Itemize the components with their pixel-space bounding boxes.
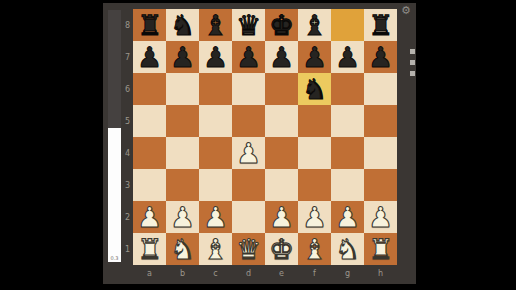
square-g1[interactable]: ♞ — [331, 233, 364, 265]
white-king[interactable]: ♚ — [265, 233, 298, 265]
black-knight[interactable]: ♞ — [298, 73, 331, 105]
drag-handle-dash — [410, 71, 415, 76]
rank-label-2: 2 — [122, 201, 133, 233]
drag-handle[interactable] — [410, 49, 415, 76]
square-b3[interactable] — [166, 169, 199, 201]
square-c4[interactable] — [199, 137, 232, 169]
square-h4[interactable] — [364, 137, 397, 169]
square-d1[interactable]: ♛ — [232, 233, 265, 265]
square-f1[interactable]: ♝ — [298, 233, 331, 265]
square-g3[interactable] — [331, 169, 364, 201]
square-f4[interactable] — [298, 137, 331, 169]
square-a3[interactable] — [133, 169, 166, 201]
file-label-d: d — [232, 268, 265, 280]
square-a1[interactable]: ♜ — [133, 233, 166, 265]
square-e4[interactable] — [265, 137, 298, 169]
white-pawn[interactable]: ♟ — [133, 201, 166, 233]
square-h8[interactable]: ♜ — [364, 9, 397, 41]
square-e7[interactable]: ♟ — [265, 41, 298, 73]
square-b8[interactable]: ♞ — [166, 9, 199, 41]
file-label-g: g — [331, 268, 364, 280]
square-h5[interactable] — [364, 105, 397, 137]
square-h3[interactable] — [364, 169, 397, 201]
square-e3[interactable] — [265, 169, 298, 201]
rank-label-8: 8 — [122, 9, 133, 41]
file-label-c: c — [199, 268, 232, 280]
file-label-e: e — [265, 268, 298, 280]
square-c6[interactable] — [199, 73, 232, 105]
square-g8[interactable] — [331, 9, 364, 41]
square-a4[interactable] — [133, 137, 166, 169]
square-f7[interactable]: ♟ — [298, 41, 331, 73]
square-h7[interactable]: ♟ — [364, 41, 397, 73]
square-b1[interactable]: ♞ — [166, 233, 199, 265]
square-c2[interactable]: ♟ — [199, 201, 232, 233]
board: ♜♞♝♛♚♝♜♟♟♟♟♟♟♟♟♞♟♟♟♟♟♟♟♟♜♞♝♛♚♝♞♜ — [133, 9, 397, 265]
black-rook[interactable]: ♜ — [364, 9, 397, 41]
square-e1[interactable]: ♚ — [265, 233, 298, 265]
square-c1[interactable]: ♝ — [199, 233, 232, 265]
rank-label-6: 6 — [122, 73, 133, 105]
eval-bar: 0.3 — [108, 10, 121, 262]
black-rook[interactable]: ♜ — [133, 9, 166, 41]
square-e6[interactable] — [265, 73, 298, 105]
square-a8[interactable]: ♜ — [133, 9, 166, 41]
square-h2[interactable]: ♟ — [364, 201, 397, 233]
square-a6[interactable] — [133, 73, 166, 105]
square-f5[interactable] — [298, 105, 331, 137]
drag-handle-dash — [410, 60, 415, 65]
black-pawn[interactable]: ♟ — [298, 41, 331, 73]
white-queen[interactable]: ♛ — [232, 233, 265, 265]
white-pawn[interactable]: ♟ — [298, 201, 331, 233]
black-king[interactable]: ♚ — [265, 9, 298, 41]
white-knight[interactable]: ♞ — [166, 233, 199, 265]
white-pawn[interactable]: ♟ — [265, 201, 298, 233]
black-bishop[interactable]: ♝ — [199, 9, 232, 41]
eval-bar-white — [108, 128, 121, 262]
square-b5[interactable] — [166, 105, 199, 137]
square-c8[interactable]: ♝ — [199, 9, 232, 41]
black-knight[interactable]: ♞ — [166, 9, 199, 41]
file-label-h: h — [364, 268, 397, 280]
square-d3[interactable] — [232, 169, 265, 201]
square-f6[interactable]: ♞ — [298, 73, 331, 105]
rank-label-7: 7 — [122, 41, 133, 73]
white-bishop[interactable]: ♝ — [199, 233, 232, 265]
white-pawn[interactable]: ♟ — [199, 201, 232, 233]
eval-value: 0.3 — [108, 255, 121, 261]
white-bishop[interactable]: ♝ — [298, 233, 331, 265]
black-queen[interactable]: ♛ — [232, 9, 265, 41]
rank-label-4: 4 — [122, 137, 133, 169]
black-pawn[interactable]: ♟ — [133, 41, 166, 73]
square-f3[interactable] — [298, 169, 331, 201]
black-pawn[interactable]: ♟ — [331, 41, 364, 73]
rank-label-1: 1 — [122, 233, 133, 265]
settings-gear-icon[interactable]: ⚙ — [399, 4, 413, 18]
square-c7[interactable]: ♟ — [199, 41, 232, 73]
square-c5[interactable] — [199, 105, 232, 137]
square-g4[interactable] — [331, 137, 364, 169]
square-a2[interactable]: ♟ — [133, 201, 166, 233]
square-a7[interactable]: ♟ — [133, 41, 166, 73]
square-g6[interactable] — [331, 73, 364, 105]
black-bishop[interactable]: ♝ — [298, 9, 331, 41]
square-f2[interactable]: ♟ — [298, 201, 331, 233]
white-pawn[interactable]: ♟ — [364, 201, 397, 233]
square-g2[interactable]: ♟ — [331, 201, 364, 233]
white-knight[interactable]: ♞ — [331, 233, 364, 265]
file-labels: abcdefgh — [133, 268, 397, 280]
white-rook[interactable]: ♜ — [133, 233, 166, 265]
white-pawn[interactable]: ♟ — [232, 137, 265, 169]
square-e5[interactable] — [265, 105, 298, 137]
square-g7[interactable]: ♟ — [331, 41, 364, 73]
file-label-b: b — [166, 268, 199, 280]
square-e2[interactable]: ♟ — [265, 201, 298, 233]
square-d6[interactable] — [232, 73, 265, 105]
white-pawn[interactable]: ♟ — [166, 201, 199, 233]
black-pawn[interactable]: ♟ — [265, 41, 298, 73]
square-d2[interactable] — [232, 201, 265, 233]
square-f8[interactable]: ♝ — [298, 9, 331, 41]
square-d8[interactable]: ♛ — [232, 9, 265, 41]
square-a5[interactable] — [133, 105, 166, 137]
square-b4[interactable] — [166, 137, 199, 169]
app-panel: 0.3 87654321 ♜♞♝♛♚♝♜♟♟♟♟♟♟♟♟♞♟♟♟♟♟♟♟♟♜♞♝… — [103, 3, 416, 284]
square-d5[interactable] — [232, 105, 265, 137]
square-b7[interactable]: ♟ — [166, 41, 199, 73]
rank-label-5: 5 — [122, 105, 133, 137]
square-h1[interactable]: ♜ — [364, 233, 397, 265]
square-d7[interactable]: ♟ — [232, 41, 265, 73]
white-pawn[interactable]: ♟ — [331, 201, 364, 233]
square-g5[interactable] — [331, 105, 364, 137]
black-pawn[interactable]: ♟ — [199, 41, 232, 73]
white-rook[interactable]: ♜ — [364, 233, 397, 265]
drag-handle-dash — [410, 49, 415, 54]
square-b6[interactable] — [166, 73, 199, 105]
rank-label-3: 3 — [122, 169, 133, 201]
square-e8[interactable]: ♚ — [265, 9, 298, 41]
square-b2[interactable]: ♟ — [166, 201, 199, 233]
file-label-f: f — [298, 268, 331, 280]
square-c3[interactable] — [199, 169, 232, 201]
square-h6[interactable] — [364, 73, 397, 105]
black-pawn[interactable]: ♟ — [232, 41, 265, 73]
file-label-a: a — [133, 268, 166, 280]
black-pawn[interactable]: ♟ — [166, 41, 199, 73]
rank-labels: 87654321 — [122, 9, 133, 265]
square-d4[interactable]: ♟ — [232, 137, 265, 169]
black-pawn[interactable]: ♟ — [364, 41, 397, 73]
